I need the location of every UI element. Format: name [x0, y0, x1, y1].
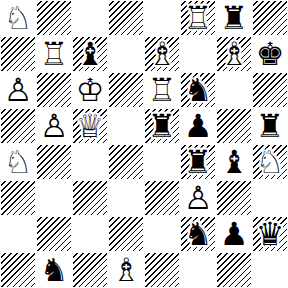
piece-white-king: ♚♔ — [72, 72, 108, 108]
square-b3[interactable] — [36, 180, 72, 216]
square-d1[interactable]: ♝♗ — [108, 252, 144, 288]
square-g4[interactable]: ♝♝ — [216, 144, 252, 180]
piece-black-rook: ♜♜ — [216, 0, 252, 36]
square-a7[interactable] — [0, 36, 36, 72]
piece-white-knight: ♞♘ — [0, 0, 36, 36]
square-e7[interactable]: ♝♗ — [144, 36, 180, 72]
piece-black-bishop: ♝♝ — [216, 144, 252, 180]
square-g7[interactable]: ♝♗ — [216, 36, 252, 72]
square-f4[interactable]: ♜♜ — [180, 144, 216, 180]
piece-black-queen: ♛♛ — [252, 216, 288, 252]
piece-white-rook: ♜♖ — [180, 0, 216, 36]
square-f7[interactable] — [180, 36, 216, 72]
square-c8[interactable] — [72, 0, 108, 36]
square-e3[interactable] — [144, 180, 180, 216]
square-a3[interactable] — [0, 180, 36, 216]
piece-white-rook: ♜♖ — [36, 36, 72, 72]
piece-glyph: ♜ — [252, 108, 288, 144]
square-b5[interactable]: ♟♙ — [36, 108, 72, 144]
chess-board: ♞♘♜♖♜♜♜♖♝♝♝♗♝♗♚♚♟♙♚♔♜♖♞♞♟♙♛♕♜♜♟♟♜♜♞♘♜♜♝♝… — [0, 0, 288, 288]
piece-glyph: ♟ — [216, 216, 252, 252]
square-a8[interactable]: ♞♘ — [0, 0, 36, 36]
piece-glyph: ♙ — [36, 108, 72, 144]
piece-black-king: ♚♚ — [252, 36, 288, 72]
square-e8[interactable] — [144, 0, 180, 36]
piece-glyph: ♜ — [216, 0, 252, 36]
piece-black-knight: ♞♞ — [180, 72, 216, 108]
square-g1[interactable] — [216, 252, 252, 288]
square-d3[interactable] — [108, 180, 144, 216]
square-b4[interactable] — [36, 144, 72, 180]
square-f2[interactable]: ♞♞ — [180, 216, 216, 252]
square-h8[interactable] — [252, 0, 288, 36]
piece-black-knight: ♞♞ — [180, 216, 216, 252]
square-b6[interactable] — [36, 72, 72, 108]
piece-glyph: ♗ — [216, 36, 252, 72]
piece-glyph: ♜ — [144, 108, 180, 144]
square-f1[interactable] — [180, 252, 216, 288]
piece-black-pawn: ♟♟ — [216, 216, 252, 252]
square-c2[interactable] — [72, 216, 108, 252]
piece-black-pawn: ♟♟ — [180, 108, 216, 144]
piece-glyph: ♗ — [108, 252, 144, 288]
square-h3[interactable] — [252, 180, 288, 216]
square-g6[interactable] — [216, 72, 252, 108]
square-a4[interactable]: ♞♘ — [0, 144, 36, 180]
piece-glyph: ♔ — [72, 72, 108, 108]
piece-glyph: ♝ — [72, 36, 108, 72]
piece-white-bishop: ♝♗ — [108, 252, 144, 288]
piece-white-pawn: ♟♙ — [36, 108, 72, 144]
square-d6[interactable] — [108, 72, 144, 108]
piece-white-bishop: ♝♗ — [216, 36, 252, 72]
piece-black-knight: ♞♞ — [36, 252, 72, 288]
square-d2[interactable] — [108, 216, 144, 252]
piece-white-knight: ♞♘ — [252, 144, 288, 180]
piece-black-rook: ♜♜ — [180, 144, 216, 180]
square-f3[interactable]: ♟♙ — [180, 180, 216, 216]
square-g5[interactable] — [216, 108, 252, 144]
square-e1[interactable] — [144, 252, 180, 288]
square-d4[interactable] — [108, 144, 144, 180]
square-b2[interactable] — [36, 216, 72, 252]
piece-white-pawn: ♟♙ — [0, 72, 36, 108]
square-c4[interactable] — [72, 144, 108, 180]
piece-glyph: ♗ — [144, 36, 180, 72]
square-d8[interactable] — [108, 0, 144, 36]
piece-glyph: ♖ — [36, 36, 72, 72]
piece-white-queen: ♛♕ — [72, 108, 108, 144]
square-g3[interactable] — [216, 180, 252, 216]
square-e6[interactable]: ♜♖ — [144, 72, 180, 108]
piece-white-bishop: ♝♗ — [144, 36, 180, 72]
piece-glyph: ♛ — [252, 216, 288, 252]
square-c3[interactable] — [72, 180, 108, 216]
square-b1[interactable]: ♞♞ — [36, 252, 72, 288]
piece-glyph: ♘ — [252, 144, 288, 180]
square-f8[interactable]: ♜♖ — [180, 0, 216, 36]
square-h2[interactable]: ♛♛ — [252, 216, 288, 252]
square-a1[interactable] — [0, 252, 36, 288]
piece-glyph: ♘ — [0, 0, 36, 36]
square-h7[interactable]: ♚♚ — [252, 36, 288, 72]
square-a2[interactable] — [0, 216, 36, 252]
square-c6[interactable]: ♚♔ — [72, 72, 108, 108]
square-c1[interactable] — [72, 252, 108, 288]
square-b8[interactable] — [36, 0, 72, 36]
piece-glyph: ♚ — [252, 36, 288, 72]
square-e2[interactable] — [144, 216, 180, 252]
piece-black-rook: ♜♜ — [252, 108, 288, 144]
piece-glyph: ♘ — [0, 144, 36, 180]
square-h4[interactable]: ♞♘ — [252, 144, 288, 180]
piece-glyph: ♖ — [180, 0, 216, 36]
square-d5[interactable] — [108, 108, 144, 144]
square-c7[interactable]: ♝♝ — [72, 36, 108, 72]
square-a5[interactable] — [0, 108, 36, 144]
piece-white-knight: ♞♘ — [0, 144, 36, 180]
piece-glyph: ♞ — [36, 252, 72, 288]
piece-glyph: ♝ — [216, 144, 252, 180]
square-h6[interactable] — [252, 72, 288, 108]
square-a6[interactable]: ♟♙ — [0, 72, 36, 108]
piece-glyph: ♟ — [180, 108, 216, 144]
square-h1[interactable] — [252, 252, 288, 288]
square-g8[interactable]: ♜♜ — [216, 0, 252, 36]
piece-glyph: ♙ — [180, 180, 216, 216]
square-f6[interactable]: ♞♞ — [180, 72, 216, 108]
square-g2[interactable]: ♟♟ — [216, 216, 252, 252]
piece-glyph: ♕ — [72, 108, 108, 144]
piece-white-rook: ♜♖ — [144, 72, 180, 108]
piece-glyph: ♜ — [180, 144, 216, 180]
square-e5[interactable]: ♜♜ — [144, 108, 180, 144]
square-b7[interactable]: ♜♖ — [36, 36, 72, 72]
piece-black-rook: ♜♜ — [144, 108, 180, 144]
piece-white-pawn: ♟♙ — [180, 180, 216, 216]
piece-glyph: ♞ — [180, 216, 216, 252]
piece-glyph: ♞ — [180, 72, 216, 108]
piece-black-bishop: ♝♝ — [72, 36, 108, 72]
square-e4[interactable] — [144, 144, 180, 180]
square-d7[interactable] — [108, 36, 144, 72]
piece-glyph: ♖ — [144, 72, 180, 108]
square-f5[interactable]: ♟♟ — [180, 108, 216, 144]
square-c5[interactable]: ♛♕ — [72, 108, 108, 144]
square-h5[interactable]: ♜♜ — [252, 108, 288, 144]
piece-glyph: ♙ — [0, 72, 36, 108]
